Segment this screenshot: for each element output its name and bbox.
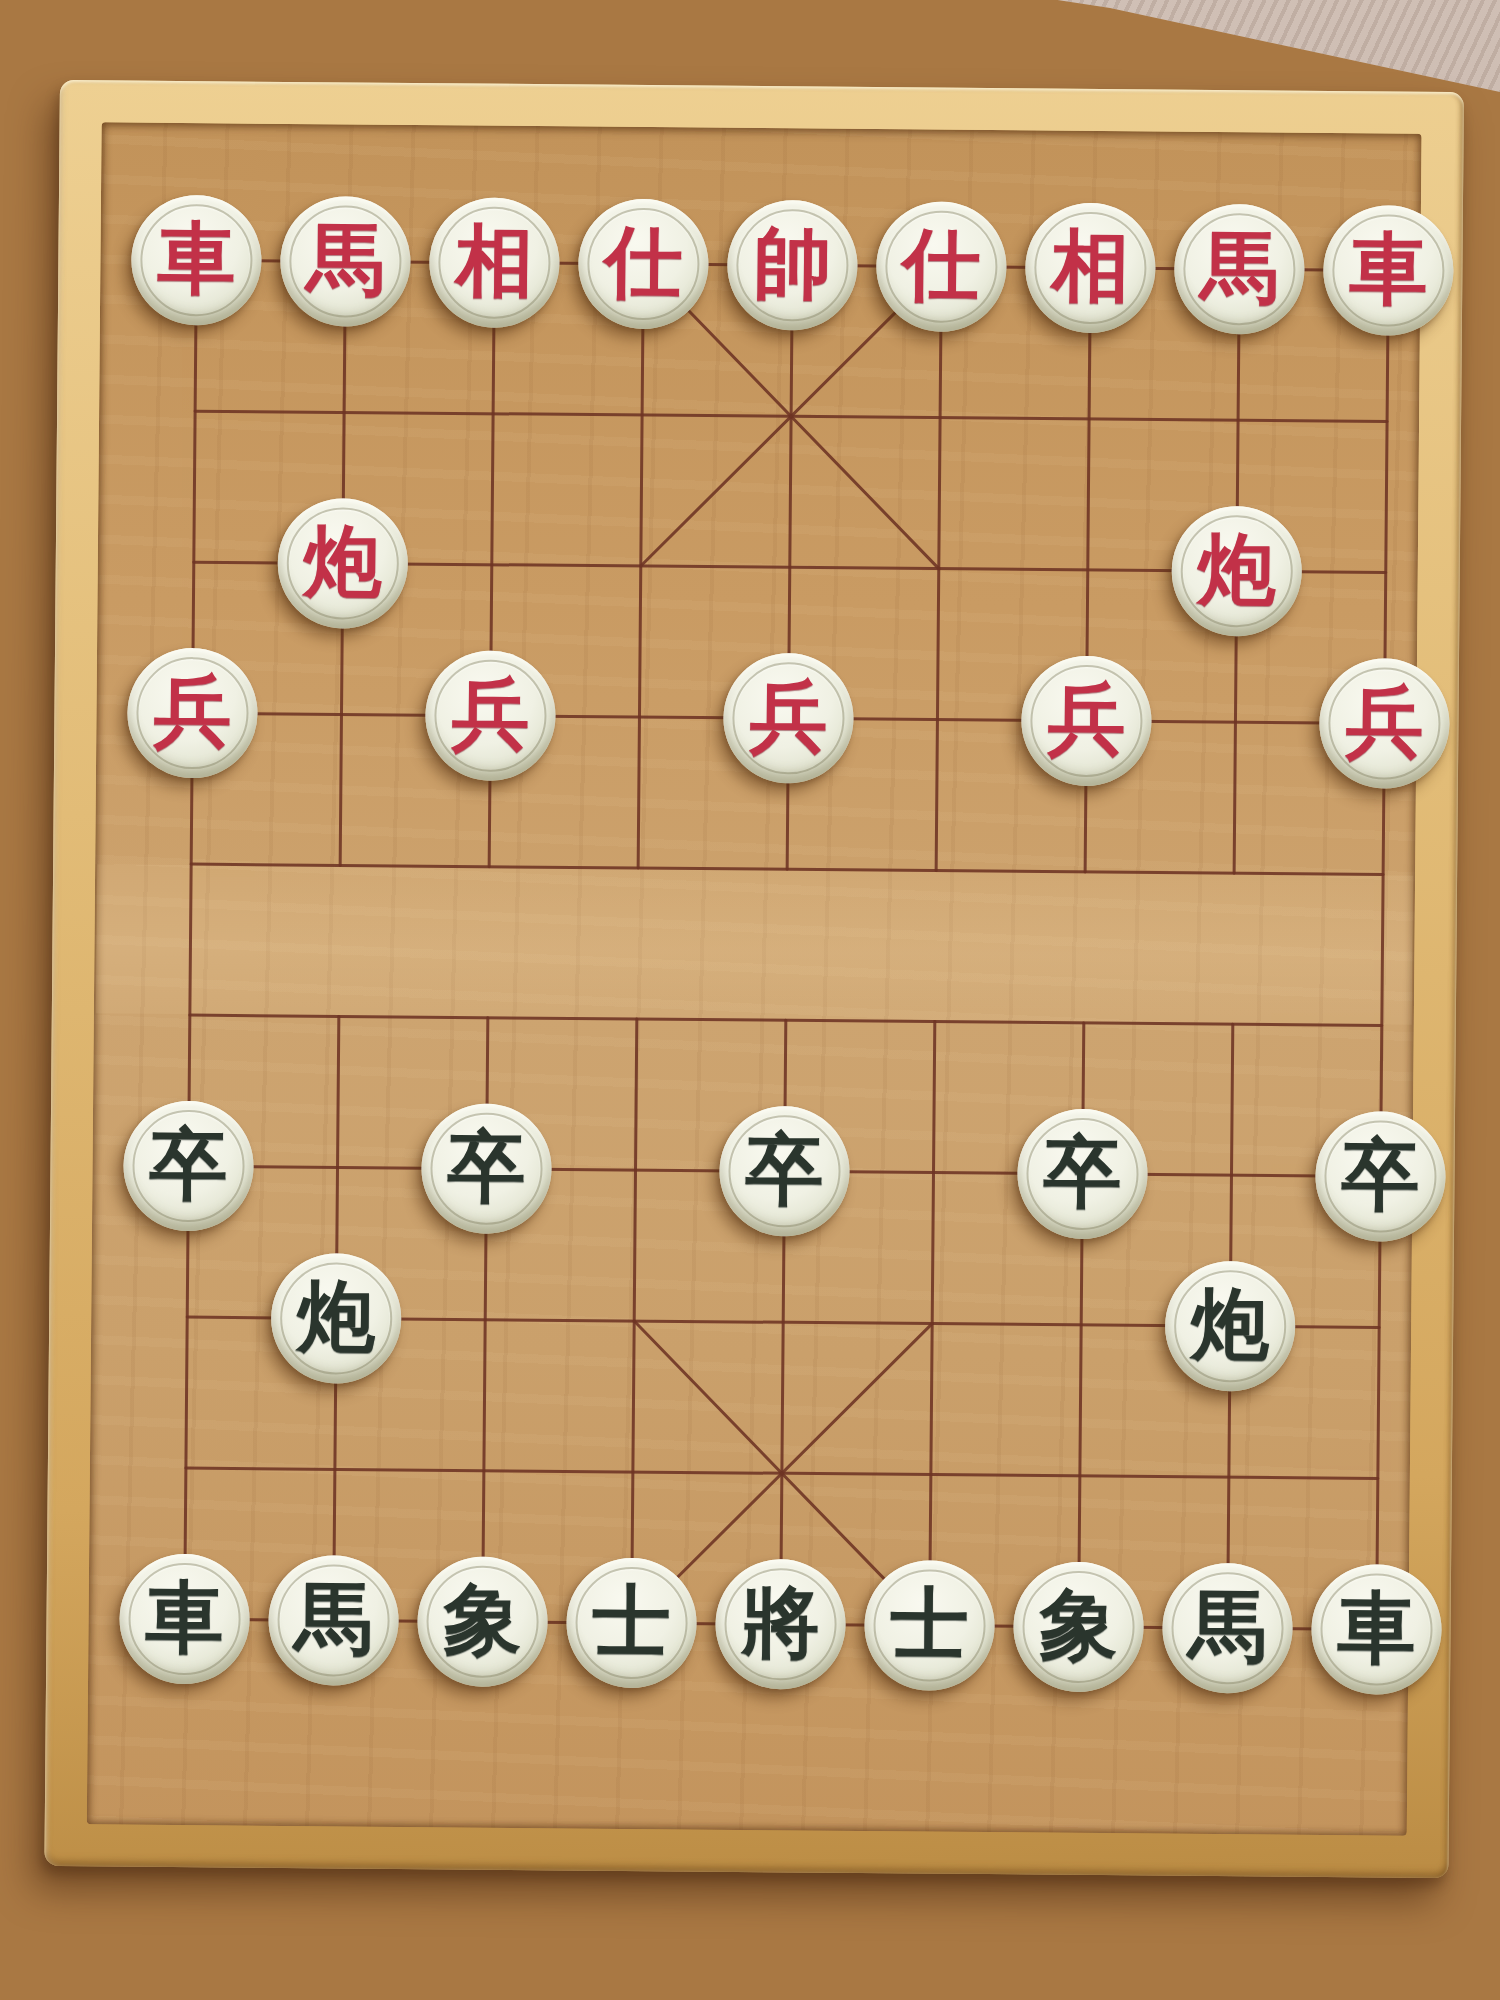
- piece-character: 仕: [604, 223, 683, 302]
- piece-character: 兵: [749, 677, 828, 756]
- piece-character: 卒: [1043, 1133, 1122, 1212]
- piece-character: 士: [592, 1582, 671, 1661]
- piece-character: 炮: [1197, 530, 1276, 609]
- piece-character: 車: [1337, 1588, 1416, 1667]
- piece-character: 炮: [297, 1277, 376, 1356]
- piece-red-general[interactable]: 帥: [727, 200, 858, 331]
- piece-character: 象: [443, 1580, 522, 1659]
- piece-black-soldier[interactable]: 卒: [1315, 1111, 1446, 1242]
- piece-black-advisor[interactable]: 士: [864, 1560, 995, 1691]
- piece-character: 兵: [451, 674, 530, 753]
- piece-character: 馬: [1200, 228, 1279, 307]
- photo-scene: 車馬相仕帥仕相馬車炮炮兵兵兵兵兵卒卒卒卒卒炮炮車馬象士將士象馬車: [0, 0, 1500, 2000]
- piece-red-chariot[interactable]: 車: [131, 195, 262, 326]
- piece-red-cannon[interactable]: 炮: [277, 498, 408, 629]
- piece-black-elephant[interactable]: 象: [417, 1556, 548, 1687]
- pieces-layer: 車馬相仕帥仕相馬車炮炮兵兵兵兵兵卒卒卒卒卒炮炮車馬象士將士象馬車: [0, 0, 1500, 2000]
- piece-red-horse[interactable]: 馬: [280, 196, 411, 327]
- piece-character: 仕: [902, 225, 981, 304]
- piece-character: 馬: [306, 220, 385, 299]
- piece-character: 象: [1039, 1586, 1118, 1665]
- piece-black-general[interactable]: 將: [715, 1559, 846, 1690]
- piece-red-elephant[interactable]: 相: [429, 197, 560, 328]
- piece-red-chariot[interactable]: 車: [1323, 205, 1454, 336]
- piece-character: 車: [145, 1578, 224, 1657]
- piece-character: 兵: [1345, 682, 1424, 761]
- piece-black-horse[interactable]: 馬: [1162, 1563, 1293, 1694]
- piece-red-soldier[interactable]: 兵: [425, 650, 556, 781]
- piece-character: 車: [157, 219, 236, 298]
- piece-black-cannon[interactable]: 炮: [271, 1253, 402, 1384]
- piece-character: 卒: [1341, 1135, 1420, 1214]
- piece-character: 相: [455, 221, 534, 300]
- piece-character: 卒: [447, 1127, 526, 1206]
- piece-character: 馬: [294, 1579, 373, 1658]
- piece-character: 帥: [753, 224, 832, 303]
- piece-black-cannon[interactable]: 炮: [1165, 1261, 1296, 1392]
- piece-red-cannon[interactable]: 炮: [1171, 506, 1302, 637]
- piece-character: 兵: [153, 672, 232, 751]
- piece-character: 兵: [1047, 680, 1126, 759]
- piece-red-soldier[interactable]: 兵: [1021, 655, 1152, 786]
- piece-red-soldier[interactable]: 兵: [723, 653, 854, 784]
- piece-red-elephant[interactable]: 相: [1025, 202, 1156, 333]
- piece-character: 車: [1349, 229, 1428, 308]
- piece-character: 相: [1051, 227, 1130, 306]
- piece-character: 馬: [1188, 1587, 1267, 1666]
- piece-character: 炮: [1191, 1285, 1270, 1364]
- piece-red-horse[interactable]: 馬: [1174, 204, 1305, 335]
- piece-black-soldier[interactable]: 卒: [421, 1103, 552, 1234]
- piece-black-soldier[interactable]: 卒: [719, 1106, 850, 1237]
- piece-character: 炮: [303, 522, 382, 601]
- piece-red-soldier[interactable]: 兵: [127, 648, 258, 779]
- piece-character: 卒: [149, 1125, 228, 1204]
- piece-black-soldier[interactable]: 卒: [1017, 1108, 1148, 1239]
- piece-black-horse[interactable]: 馬: [268, 1555, 399, 1686]
- piece-character: 將: [741, 1583, 820, 1662]
- piece-red-advisor[interactable]: 仕: [876, 201, 1007, 332]
- piece-red-soldier[interactable]: 兵: [1319, 658, 1450, 789]
- piece-red-advisor[interactable]: 仕: [578, 198, 709, 329]
- board-area: 車馬相仕帥仕相馬車炮炮兵兵兵兵兵卒卒卒卒卒炮炮車馬象士將士象馬車: [0, 0, 1500, 2000]
- piece-black-soldier[interactable]: 卒: [123, 1101, 254, 1232]
- piece-black-elephant[interactable]: 象: [1013, 1561, 1144, 1692]
- piece-character: 士: [890, 1584, 969, 1663]
- piece-character: 卒: [745, 1130, 824, 1209]
- piece-black-chariot[interactable]: 車: [1311, 1564, 1442, 1695]
- piece-black-chariot[interactable]: 車: [119, 1554, 250, 1685]
- piece-black-advisor[interactable]: 士: [566, 1557, 697, 1688]
